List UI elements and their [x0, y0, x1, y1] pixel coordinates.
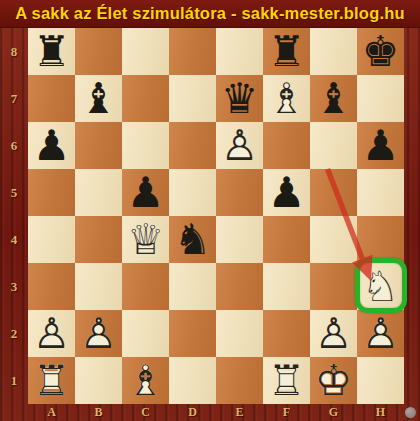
square-c1[interactable]: ♝♗: [122, 357, 169, 404]
square-h8[interactable]: ♚: [357, 28, 404, 75]
square-c2[interactable]: [122, 310, 169, 357]
file-label-h: H: [357, 404, 404, 421]
square-a2[interactable]: ♟♙: [28, 310, 75, 357]
square-e6[interactable]: ♟♙: [216, 122, 263, 169]
square-f5[interactable]: ♟: [263, 169, 310, 216]
piece-black-pawn[interactable]: ♟: [263, 169, 310, 216]
square-f8[interactable]: ♜: [263, 28, 310, 75]
square-b8[interactable]: [75, 28, 122, 75]
square-g8[interactable]: [310, 28, 357, 75]
square-e5[interactable]: [216, 169, 263, 216]
square-c7[interactable]: [122, 75, 169, 122]
piece-black-pawn[interactable]: ♟: [122, 169, 169, 216]
file-label-f: F: [263, 404, 310, 421]
blog-title-link[interactable]: A sakk az Élet szimulátora - sakk-mester…: [15, 4, 405, 23]
chess-board: ♜♜♚♝♛♝♗♝♟♟♙♟♟♟♛♕♞♞♘♟♙♟♙♟♙♟♙♜♖♝♗♜♖♚♔: [28, 28, 404, 404]
square-d8[interactable]: [169, 28, 216, 75]
square-d6[interactable]: [169, 122, 216, 169]
square-b4[interactable]: [75, 216, 122, 263]
corner-dot-icon: [405, 407, 416, 418]
square-b1[interactable]: [75, 357, 122, 404]
rank-labels: 87654321: [0, 28, 28, 404]
rank-label-7: 7: [0, 75, 28, 122]
rank-label-4: 4: [0, 216, 28, 263]
square-a3[interactable]: [28, 263, 75, 310]
chess-widget: A sakk az Élet szimulátora - sakk-mester…: [0, 0, 420, 421]
square-g3[interactable]: [310, 263, 357, 310]
piece-white-pawn[interactable]: ♟♙: [216, 122, 263, 169]
square-a4[interactable]: [28, 216, 75, 263]
square-d5[interactable]: [169, 169, 216, 216]
square-d1[interactable]: [169, 357, 216, 404]
piece-black-queen[interactable]: ♛: [216, 75, 263, 122]
piece-white-rook[interactable]: ♜♖: [263, 357, 310, 404]
square-f4[interactable]: [263, 216, 310, 263]
file-label-b: B: [75, 404, 122, 421]
square-f3[interactable]: [263, 263, 310, 310]
square-e1[interactable]: [216, 357, 263, 404]
square-a6[interactable]: ♟: [28, 122, 75, 169]
square-b3[interactable]: [75, 263, 122, 310]
rank-label-3: 3: [0, 263, 28, 310]
square-h6[interactable]: ♟: [357, 122, 404, 169]
square-a7[interactable]: [28, 75, 75, 122]
square-e2[interactable]: [216, 310, 263, 357]
file-label-d: D: [169, 404, 216, 421]
square-c6[interactable]: [122, 122, 169, 169]
square-h1[interactable]: [357, 357, 404, 404]
square-e4[interactable]: [216, 216, 263, 263]
square-d7[interactable]: [169, 75, 216, 122]
piece-black-bishop[interactable]: ♝: [75, 75, 122, 122]
square-d3[interactable]: [169, 263, 216, 310]
square-c3[interactable]: [122, 263, 169, 310]
rank-label-2: 2: [0, 310, 28, 357]
square-e7[interactable]: ♛: [216, 75, 263, 122]
square-c8[interactable]: [122, 28, 169, 75]
square-g5[interactable]: [310, 169, 357, 216]
piece-white-king[interactable]: ♚♔: [310, 357, 357, 404]
rank-label-6: 6: [0, 122, 28, 169]
square-h7[interactable]: [357, 75, 404, 122]
highlight-box: [355, 258, 407, 313]
piece-white-bishop[interactable]: ♝♗: [122, 357, 169, 404]
file-label-a: A: [28, 404, 75, 421]
square-h2[interactable]: ♟♙: [357, 310, 404, 357]
file-label-e: E: [216, 404, 263, 421]
piece-white-pawn[interactable]: ♟♙: [28, 310, 75, 357]
square-a5[interactable]: [28, 169, 75, 216]
rank-label-8: 8: [0, 28, 28, 75]
square-g2[interactable]: ♟♙: [310, 310, 357, 357]
square-f2[interactable]: [263, 310, 310, 357]
piece-black-pawn[interactable]: ♟: [357, 122, 404, 169]
square-a1[interactable]: ♜♖: [28, 357, 75, 404]
title-bar: A sakk az Élet szimulátora - sakk-mester…: [0, 0, 420, 28]
piece-black-rook[interactable]: ♜: [28, 28, 75, 75]
square-e8[interactable]: [216, 28, 263, 75]
file-labels: ABCDEFGH: [28, 404, 404, 421]
piece-white-queen[interactable]: ♛♕: [122, 216, 169, 263]
square-h5[interactable]: [357, 169, 404, 216]
square-f1[interactable]: ♜♖: [263, 357, 310, 404]
square-b5[interactable]: [75, 169, 122, 216]
square-g6[interactable]: [310, 122, 357, 169]
rank-label-5: 5: [0, 169, 28, 216]
file-label-g: G: [310, 404, 357, 421]
square-c5[interactable]: ♟: [122, 169, 169, 216]
piece-black-rook[interactable]: ♜: [263, 28, 310, 75]
piece-white-pawn[interactable]: ♟♙: [75, 310, 122, 357]
square-e3[interactable]: [216, 263, 263, 310]
piece-black-pawn[interactable]: ♟: [28, 122, 75, 169]
piece-black-bishop[interactable]: ♝: [310, 75, 357, 122]
square-d2[interactable]: [169, 310, 216, 357]
piece-white-pawn[interactable]: ♟♙: [310, 310, 357, 357]
piece-white-bishop[interactable]: ♝♗: [263, 75, 310, 122]
piece-white-rook[interactable]: ♜♖: [28, 357, 75, 404]
piece-white-pawn[interactable]: ♟♙: [357, 310, 404, 357]
square-g1[interactable]: ♚♔: [310, 357, 357, 404]
rank-label-1: 1: [0, 357, 28, 404]
square-b6[interactable]: [75, 122, 122, 169]
file-label-c: C: [122, 404, 169, 421]
piece-black-knight[interactable]: ♞: [169, 216, 216, 263]
square-g7[interactable]: ♝: [310, 75, 357, 122]
square-g4[interactable]: [310, 216, 357, 263]
square-f6[interactable]: [263, 122, 310, 169]
square-b2[interactable]: ♟♙: [75, 310, 122, 357]
piece-black-king[interactable]: ♚: [357, 28, 404, 75]
square-a8[interactable]: ♜: [28, 28, 75, 75]
square-h4[interactable]: [357, 216, 404, 263]
square-f7[interactable]: ♝♗: [263, 75, 310, 122]
square-d4[interactable]: ♞: [169, 216, 216, 263]
square-c4[interactable]: ♛♕: [122, 216, 169, 263]
square-b7[interactable]: ♝: [75, 75, 122, 122]
